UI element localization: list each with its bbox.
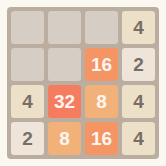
empty-cell-r2c1	[11, 48, 44, 81]
tile-16-r4c3: 16	[85, 122, 118, 155]
empty-cell-r2c2	[48, 48, 81, 81]
tile-4-r3c1: 4	[11, 85, 44, 118]
tile-8-r3c3: 8	[85, 85, 118, 118]
tile-4-r4c4: 4	[122, 122, 155, 155]
tile-2-r4c1: 2	[11, 122, 44, 155]
tile-32-r3c2: 32	[48, 85, 81, 118]
tile-4-r3c4: 4	[122, 85, 155, 118]
tile-16-r2c3: 16	[85, 48, 118, 81]
tile-8-r4c2: 8	[48, 122, 81, 155]
tile-4-r1c4: 4	[122, 11, 155, 44]
tile-2-r2c4: 2	[122, 48, 155, 81]
board[interactable]: 41624328428164	[7, 7, 159, 159]
page-background: 41624328428164	[0, 0, 166, 166]
empty-cell-r1c2	[48, 11, 81, 44]
empty-cell-r1c3	[85, 11, 118, 44]
empty-cell-r1c1	[11, 11, 44, 44]
